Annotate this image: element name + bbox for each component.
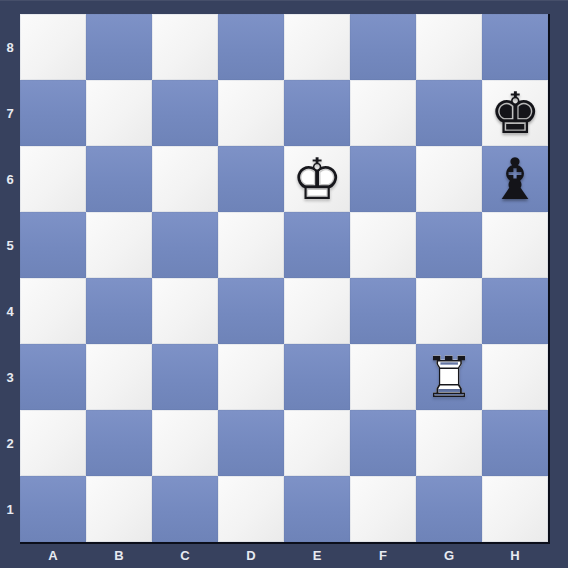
- square-h5[interactable]: [482, 212, 548, 278]
- square-a7[interactable]: [20, 80, 86, 146]
- square-d5[interactable]: [218, 212, 284, 278]
- square-g1[interactable]: [416, 476, 482, 542]
- square-b7[interactable]: [86, 80, 152, 146]
- file-label-b: B: [86, 542, 152, 568]
- square-c6[interactable]: [152, 146, 218, 212]
- square-e8[interactable]: [284, 14, 350, 80]
- square-d7[interactable]: [218, 80, 284, 146]
- file-label-d: D: [218, 542, 284, 568]
- square-b4[interactable]: [86, 278, 152, 344]
- chessboard-widget: 8 7 6 5 4 3 2 1 ♚♚♔♝♜♖ A B C D E F G H: [0, 0, 568, 568]
- square-g8[interactable]: [416, 14, 482, 80]
- square-b8[interactable]: [86, 14, 152, 80]
- square-c4[interactable]: [152, 278, 218, 344]
- square-f2[interactable]: [350, 410, 416, 476]
- square-c8[interactable]: [152, 14, 218, 80]
- white-king[interactable]: ♚♔: [284, 146, 350, 212]
- piece-glyph: ♚: [482, 80, 548, 146]
- chess-board: ♚♚♔♝♜♖: [20, 14, 550, 544]
- square-d2[interactable]: [218, 410, 284, 476]
- square-d6[interactable]: [218, 146, 284, 212]
- square-h2[interactable]: [482, 410, 548, 476]
- file-label-h: H: [482, 542, 548, 568]
- file-label-f: F: [350, 542, 416, 568]
- square-g6[interactable]: [416, 146, 482, 212]
- file-labels: A B C D E F G H: [20, 542, 548, 568]
- square-b3[interactable]: [86, 344, 152, 410]
- rank-label-3: 3: [0, 344, 20, 410]
- square-b1[interactable]: [86, 476, 152, 542]
- square-g7[interactable]: [416, 80, 482, 146]
- square-f7[interactable]: [350, 80, 416, 146]
- square-f6[interactable]: [350, 146, 416, 212]
- rank-label-8: 8: [0, 14, 20, 80]
- square-h3[interactable]: [482, 344, 548, 410]
- square-f8[interactable]: [350, 14, 416, 80]
- square-d8[interactable]: [218, 14, 284, 80]
- square-g2[interactable]: [416, 410, 482, 476]
- square-d4[interactable]: [218, 278, 284, 344]
- square-a6[interactable]: [20, 146, 86, 212]
- square-c1[interactable]: [152, 476, 218, 542]
- piece-glyph-outline: ♖: [416, 344, 482, 410]
- square-c3[interactable]: [152, 344, 218, 410]
- square-g4[interactable]: [416, 278, 482, 344]
- square-d3[interactable]: [218, 344, 284, 410]
- square-e5[interactable]: [284, 212, 350, 278]
- square-h4[interactable]: [482, 278, 548, 344]
- rank-label-7: 7: [0, 80, 20, 146]
- rank-label-5: 5: [0, 212, 20, 278]
- square-f3[interactable]: [350, 344, 416, 410]
- file-label-a: A: [20, 542, 86, 568]
- rank-label-1: 1: [0, 476, 20, 542]
- white-rook[interactable]: ♜♖: [416, 344, 482, 410]
- file-label-g: G: [416, 542, 482, 568]
- square-a2[interactable]: [20, 410, 86, 476]
- square-e2[interactable]: [284, 410, 350, 476]
- square-d1[interactable]: [218, 476, 284, 542]
- square-e7[interactable]: [284, 80, 350, 146]
- square-h7[interactable]: ♚: [482, 80, 548, 146]
- rank-label-6: 6: [0, 146, 20, 212]
- file-label-e: E: [284, 542, 350, 568]
- square-a5[interactable]: [20, 212, 86, 278]
- rank-label-4: 4: [0, 278, 20, 344]
- square-f1[interactable]: [350, 476, 416, 542]
- square-a8[interactable]: [20, 14, 86, 80]
- black-bishop[interactable]: ♝: [482, 146, 548, 212]
- square-f5[interactable]: [350, 212, 416, 278]
- square-e6[interactable]: ♚♔: [284, 146, 350, 212]
- square-c5[interactable]: [152, 212, 218, 278]
- rank-label-2: 2: [0, 410, 20, 476]
- file-label-c: C: [152, 542, 218, 568]
- square-g5[interactable]: [416, 212, 482, 278]
- piece-glyph: ♝: [482, 146, 548, 212]
- square-h6[interactable]: ♝: [482, 146, 548, 212]
- black-king[interactable]: ♚: [482, 80, 548, 146]
- square-b2[interactable]: [86, 410, 152, 476]
- square-c7[interactable]: [152, 80, 218, 146]
- square-b5[interactable]: [86, 212, 152, 278]
- square-e4[interactable]: [284, 278, 350, 344]
- square-b6[interactable]: [86, 146, 152, 212]
- rank-labels: 8 7 6 5 4 3 2 1: [0, 14, 20, 542]
- square-h1[interactable]: [482, 476, 548, 542]
- square-h8[interactable]: [482, 14, 548, 80]
- square-f4[interactable]: [350, 278, 416, 344]
- square-e3[interactable]: [284, 344, 350, 410]
- square-a1[interactable]: [20, 476, 86, 542]
- square-e1[interactable]: [284, 476, 350, 542]
- square-g3[interactable]: ♜♖: [416, 344, 482, 410]
- square-a4[interactable]: [20, 278, 86, 344]
- square-a3[interactable]: [20, 344, 86, 410]
- square-c2[interactable]: [152, 410, 218, 476]
- piece-glyph-outline: ♔: [284, 146, 350, 212]
